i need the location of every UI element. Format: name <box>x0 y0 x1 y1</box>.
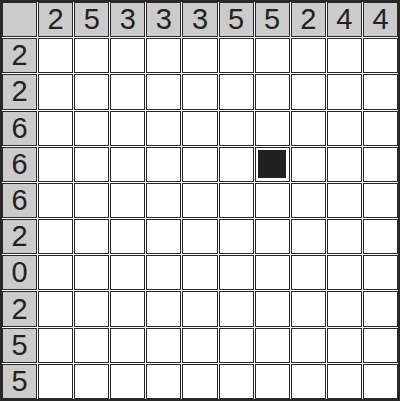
column-clue-2: 5 <box>74 2 109 37</box>
grid-cell-r8-c1[interactable] <box>38 291 73 326</box>
row-clue-8: 2 <box>2 291 37 326</box>
grid-cell-r1-c6[interactable] <box>219 38 254 73</box>
filled-square <box>258 150 286 178</box>
grid-cell-r5-c4[interactable] <box>146 183 181 218</box>
grid-cell-r6-c8[interactable] <box>291 219 326 254</box>
row-clue-10: 5 <box>2 364 37 399</box>
grid-cell-r1-c7[interactable] <box>255 38 290 73</box>
grid-cell-r3-c4[interactable] <box>146 111 181 146</box>
grid-cell-r7-c9[interactable] <box>327 255 362 290</box>
grid-cell-r7-c4[interactable] <box>146 255 181 290</box>
grid-cell-r3-c1[interactable] <box>38 111 73 146</box>
grid-cell-r6-c2[interactable] <box>74 219 109 254</box>
grid-cell-r8-c9[interactable] <box>327 291 362 326</box>
grid-cell-r10-c7[interactable] <box>255 364 290 399</box>
grid-cell-r1-c9[interactable] <box>327 38 362 73</box>
grid-cell-r9-c1[interactable] <box>38 328 73 363</box>
grid-cell-r4-c7[interactable] <box>255 147 290 182</box>
grid-cell-r5-c6[interactable] <box>219 183 254 218</box>
column-clue-1: 2 <box>38 2 73 37</box>
grid-cell-r6-c1[interactable] <box>38 219 73 254</box>
grid-cell-r1-c4[interactable] <box>146 38 181 73</box>
grid-cell-r2-c6[interactable] <box>219 74 254 109</box>
grid-cell-r6-c3[interactable] <box>110 219 145 254</box>
grid-cell-r3-c3[interactable] <box>110 111 145 146</box>
row-clue-5: 6 <box>2 183 37 218</box>
row-clue-3: 6 <box>2 111 37 146</box>
grid-cell-r2-c3[interactable] <box>110 74 145 109</box>
grid-cell-r3-c9[interactable] <box>327 111 362 146</box>
grid-cell-r9-c10[interactable] <box>363 328 398 363</box>
grid-cell-r9-c7[interactable] <box>255 328 290 363</box>
column-clue-3: 3 <box>110 2 145 37</box>
grid-cell-r1-c1[interactable] <box>38 38 73 73</box>
grid-cell-r3-c5[interactable] <box>182 111 217 146</box>
grid-cell-r10-c1[interactable] <box>38 364 73 399</box>
grid-cell-r4-c3[interactable] <box>110 147 145 182</box>
grid-cell-r4-c1[interactable] <box>38 147 73 182</box>
grid-cell-r5-c3[interactable] <box>110 183 145 218</box>
grid-cell-r8-c6[interactable] <box>219 291 254 326</box>
grid-cell-r9-c2[interactable] <box>74 328 109 363</box>
grid-cell-r2-c8[interactable] <box>291 74 326 109</box>
grid-cell-r4-c5[interactable] <box>182 147 217 182</box>
grid-cell-r10-c8[interactable] <box>291 364 326 399</box>
row-clue-7: 0 <box>2 255 37 290</box>
grid-cell-r4-c10[interactable] <box>363 147 398 182</box>
grid-cell-r7-c10[interactable] <box>363 255 398 290</box>
grid-cell-r6-c7[interactable] <box>255 219 290 254</box>
grid-cell-r5-c2[interactable] <box>74 183 109 218</box>
grid-cell-r8-c10[interactable] <box>363 291 398 326</box>
grid-cell-r10-c3[interactable] <box>110 364 145 399</box>
grid-cell-r3-c10[interactable] <box>363 111 398 146</box>
column-clue-5: 3 <box>182 2 217 37</box>
grid-cell-r6-c9[interactable] <box>327 219 362 254</box>
row-clue-6: 2 <box>2 219 37 254</box>
grid-cell-r10-c4[interactable] <box>146 364 181 399</box>
grid-cell-r7-c3[interactable] <box>110 255 145 290</box>
grid-cell-r4-c8[interactable] <box>291 147 326 182</box>
grid-cell-r7-c7[interactable] <box>255 255 290 290</box>
grid-cell-r7-c6[interactable] <box>219 255 254 290</box>
row-clue-9: 5 <box>2 328 37 363</box>
grid-cell-r7-c5[interactable] <box>182 255 217 290</box>
grid-cell-r9-c3[interactable] <box>110 328 145 363</box>
grid-cell-r5-c5[interactable] <box>182 183 217 218</box>
grid-cell-r9-c8[interactable] <box>291 328 326 363</box>
column-clue-6: 5 <box>219 2 254 37</box>
grid-cell-r4-c2[interactable] <box>74 147 109 182</box>
grid-cell-r8-c3[interactable] <box>110 291 145 326</box>
column-clue-9: 4 <box>327 2 362 37</box>
grid-cell-r3-c2[interactable] <box>74 111 109 146</box>
grid-cell-r1-c2[interactable] <box>74 38 109 73</box>
grid-cell-r8-c5[interactable] <box>182 291 217 326</box>
grid-cell-r7-c2[interactable] <box>74 255 109 290</box>
grid-cell-r10-c5[interactable] <box>182 364 217 399</box>
grid-cell-r10-c9[interactable] <box>327 364 362 399</box>
grid-cell-r9-c4[interactable] <box>146 328 181 363</box>
grid-cell-r8-c2[interactable] <box>74 291 109 326</box>
row-clue-1: 2 <box>2 38 37 73</box>
grid-cell-r5-c7[interactable] <box>255 183 290 218</box>
column-clue-4: 3 <box>146 2 181 37</box>
column-clue-8: 2 <box>291 2 326 37</box>
grid-cell-r2-c4[interactable] <box>146 74 181 109</box>
grid-cell-r9-c9[interactable] <box>327 328 362 363</box>
grid-cell-r1-c3[interactable] <box>110 38 145 73</box>
grid-cell-r4-c6[interactable] <box>219 147 254 182</box>
grid-cell-r1-c5[interactable] <box>182 38 217 73</box>
grid-cell-r2-c10[interactable] <box>363 74 398 109</box>
grid-cell-r3-c8[interactable] <box>291 111 326 146</box>
grid-cell-r9-c5[interactable] <box>182 328 217 363</box>
grid-cell-r3-c7[interactable] <box>255 111 290 146</box>
grid-cell-r6-c6[interactable] <box>219 219 254 254</box>
grid-cell-r7-c1[interactable] <box>38 255 73 290</box>
grid-cell-r10-c6[interactable] <box>219 364 254 399</box>
grid-cell-r10-c10[interactable] <box>363 364 398 399</box>
grid-cell-r8-c4[interactable] <box>146 291 181 326</box>
grid-cell-r5-c10[interactable] <box>363 183 398 218</box>
row-clue-2: 2 <box>2 74 37 109</box>
grid-cell-r4-c4[interactable] <box>146 147 181 182</box>
grid-cell-r9-c6[interactable] <box>219 328 254 363</box>
grid-cell-r5-c9[interactable] <box>327 183 362 218</box>
grid-cell-r1-c10[interactable] <box>363 38 398 73</box>
grid-cell-r2-c7[interactable] <box>255 74 290 109</box>
grid-cell-r2-c1[interactable] <box>38 74 73 109</box>
grid-cell-r2-c2[interactable] <box>74 74 109 109</box>
row-clue-4: 6 <box>2 147 37 182</box>
grid-cell-r6-c5[interactable] <box>182 219 217 254</box>
grid-cell-r10-c2[interactable] <box>74 364 109 399</box>
grid-cell-r8-c7[interactable] <box>255 291 290 326</box>
nonogram-board: 25333552442266620255 <box>0 0 400 401</box>
grid-cell-r6-c4[interactable] <box>146 219 181 254</box>
grid-cell-r5-c8[interactable] <box>291 183 326 218</box>
grid-cell-r1-c8[interactable] <box>291 38 326 73</box>
column-clue-7: 5 <box>255 2 290 37</box>
grid-cell-r4-c9[interactable] <box>327 147 362 182</box>
grid-cell-r2-c9[interactable] <box>327 74 362 109</box>
grid-cell-r3-c6[interactable] <box>219 111 254 146</box>
grid-cell-r7-c8[interactable] <box>291 255 326 290</box>
column-clue-10: 4 <box>363 2 398 37</box>
grid-cell-r5-c1[interactable] <box>38 183 73 218</box>
grid-cell-r8-c8[interactable] <box>291 291 326 326</box>
grid-cell-r6-c10[interactable] <box>363 219 398 254</box>
grid-cell-r2-c5[interactable] <box>182 74 217 109</box>
corner-cell <box>2 2 37 37</box>
